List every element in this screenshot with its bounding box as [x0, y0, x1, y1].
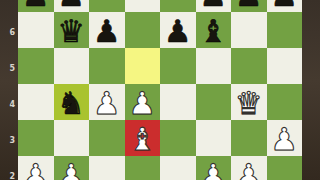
piece-white-pawn[interactable]: ♟ [235, 160, 263, 181]
piece-black-pawn[interactable]: ♟ [270, 0, 298, 11]
square-a2[interactable]: ♟ [18, 156, 54, 180]
square-e5[interactable] [160, 48, 196, 84]
square-c5[interactable] [89, 48, 125, 84]
board-viewport: ♟♟♟♟♟♛♟♟♝♞♟♟♛♝♟♟♟♟♟ 87654321 [0, 0, 320, 180]
square-f6[interactable]: ♝ [196, 12, 232, 48]
piece-white-pawn[interactable]: ♟ [199, 160, 227, 181]
square-a3[interactable] [18, 120, 54, 156]
piece-black-pawn[interactable]: ♟ [164, 16, 192, 47]
square-d6[interactable] [125, 12, 161, 48]
square-h7[interactable]: ♟ [267, 0, 303, 12]
square-d7[interactable] [125, 0, 161, 12]
square-g7[interactable]: ♟ [231, 0, 267, 12]
square-b6[interactable]: ♛ [54, 12, 90, 48]
piece-white-pawn[interactable]: ♟ [128, 88, 156, 119]
piece-black-pawn[interactable]: ♟ [235, 0, 263, 11]
square-a7[interactable]: ♟ [18, 0, 54, 12]
square-e3[interactable] [160, 120, 196, 156]
square-g2[interactable]: ♟ [231, 156, 267, 180]
square-c6[interactable]: ♟ [89, 12, 125, 48]
piece-black-pawn[interactable]: ♟ [199, 0, 227, 11]
square-h6[interactable] [267, 12, 303, 48]
square-a4[interactable] [18, 84, 54, 120]
square-d2[interactable] [125, 156, 161, 180]
piece-black-bishop[interactable]: ♝ [199, 16, 227, 47]
square-f7[interactable]: ♟ [196, 0, 232, 12]
square-f2[interactable]: ♟ [196, 156, 232, 180]
square-f5[interactable] [196, 48, 232, 84]
square-c2[interactable] [89, 156, 125, 180]
piece-white-pawn[interactable]: ♟ [57, 160, 85, 181]
square-h2[interactable] [267, 156, 303, 180]
square-d3[interactable]: ♝ [125, 120, 161, 156]
square-g5[interactable] [231, 48, 267, 84]
piece-black-queen[interactable]: ♛ [57, 16, 85, 47]
square-g6[interactable] [231, 12, 267, 48]
piece-white-pawn[interactable]: ♟ [93, 88, 121, 119]
piece-white-queen[interactable]: ♛ [235, 88, 263, 119]
square-g3[interactable] [231, 120, 267, 156]
rank-label-6: 6 [0, 28, 15, 38]
piece-white-bishop[interactable]: ♝ [128, 124, 156, 155]
square-c7[interactable] [89, 0, 125, 12]
square-b5[interactable] [54, 48, 90, 84]
square-d4[interactable]: ♟ [125, 84, 161, 120]
square-a5[interactable] [18, 48, 54, 84]
piece-white-pawn[interactable]: ♟ [22, 160, 50, 181]
rank-label-3: 3 [0, 136, 15, 146]
piece-black-knight[interactable]: ♞ [57, 88, 85, 119]
piece-black-pawn[interactable]: ♟ [93, 16, 121, 47]
square-b2[interactable]: ♟ [54, 156, 90, 180]
square-f3[interactable] [196, 120, 232, 156]
square-h4[interactable] [267, 84, 303, 120]
square-b4[interactable]: ♞ [54, 84, 90, 120]
rank-label-4: 4 [0, 100, 15, 110]
square-f4[interactable] [196, 84, 232, 120]
square-e7[interactable] [160, 0, 196, 12]
piece-white-pawn[interactable]: ♟ [270, 124, 298, 155]
square-b7[interactable]: ♟ [54, 0, 90, 12]
square-a6[interactable] [18, 12, 54, 48]
square-e6[interactable]: ♟ [160, 12, 196, 48]
piece-black-pawn[interactable]: ♟ [22, 0, 50, 11]
rank-label-7: 7 [0, 0, 15, 2]
square-e4[interactable] [160, 84, 196, 120]
piece-black-pawn[interactable]: ♟ [57, 0, 85, 11]
square-d5[interactable] [125, 48, 161, 84]
rank-label-2: 2 [0, 172, 15, 180]
square-b3[interactable] [54, 120, 90, 156]
chess-board: ♟♟♟♟♟♛♟♟♝♞♟♟♛♝♟♟♟♟♟ [18, 0, 302, 180]
square-g4[interactable]: ♛ [231, 84, 267, 120]
square-c4[interactable]: ♟ [89, 84, 125, 120]
rank-label-5: 5 [0, 64, 15, 74]
square-e2[interactable] [160, 156, 196, 180]
square-c3[interactable] [89, 120, 125, 156]
square-h3[interactable]: ♟ [267, 120, 303, 156]
square-h5[interactable] [267, 48, 303, 84]
